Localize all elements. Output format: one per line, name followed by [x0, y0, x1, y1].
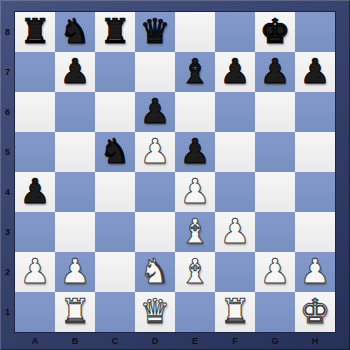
square-f2[interactable]	[215, 252, 255, 292]
square-c7[interactable]	[95, 52, 135, 92]
square-h7[interactable]: ♟	[295, 52, 335, 92]
square-d7[interactable]	[135, 52, 175, 92]
piece-black-pawn[interactable]: ♟	[260, 54, 290, 88]
piece-white-pawn[interactable]: ♟	[60, 254, 90, 288]
square-a5[interactable]	[15, 132, 55, 172]
rank-label-4: 4	[0, 172, 15, 212]
chess-board-frame: 87654321 ♜♞♜♛♚♟♝♟♟♟♟♞♟♟♟♟♝♟♟♟♞♝♟♟♜♛♜♚ AB…	[0, 0, 350, 350]
piece-white-pawn[interactable]: ♟	[220, 214, 250, 248]
square-e3[interactable]: ♝	[175, 212, 215, 252]
square-g5[interactable]	[255, 132, 295, 172]
square-b1[interactable]: ♜	[55, 292, 95, 332]
square-b2[interactable]: ♟	[55, 252, 95, 292]
square-c6[interactable]	[95, 92, 135, 132]
square-d8[interactable]: ♛	[135, 12, 175, 52]
piece-black-king[interactable]: ♚	[260, 14, 290, 48]
square-e6[interactable]	[175, 92, 215, 132]
piece-white-pawn[interactable]: ♟	[180, 174, 210, 208]
square-h1[interactable]: ♚	[295, 292, 335, 332]
square-g6[interactable]	[255, 92, 295, 132]
rank-label-7: 7	[0, 52, 15, 92]
piece-black-rook[interactable]: ♜	[20, 14, 50, 48]
file-label-f: F	[215, 332, 255, 350]
square-c1[interactable]	[95, 292, 135, 332]
square-a8[interactable]: ♜	[15, 12, 55, 52]
file-label-c: C	[95, 332, 135, 350]
square-e5[interactable]: ♟	[175, 132, 215, 172]
rank-labels: 87654321	[0, 12, 15, 332]
file-label-h: H	[295, 332, 335, 350]
piece-black-knight[interactable]: ♞	[100, 134, 130, 168]
file-label-e: E	[175, 332, 215, 350]
square-f6[interactable]	[215, 92, 255, 132]
square-g8[interactable]: ♚	[255, 12, 295, 52]
square-d2[interactable]: ♞	[135, 252, 175, 292]
chess-board: ♜♞♜♛♚♟♝♟♟♟♟♞♟♟♟♟♝♟♟♟♞♝♟♟♜♛♜♚	[15, 12, 335, 332]
piece-white-pawn[interactable]: ♟	[260, 254, 290, 288]
square-a6[interactable]	[15, 92, 55, 132]
piece-black-rook[interactable]: ♜	[100, 14, 130, 48]
file-labels: ABCDEFGH	[15, 332, 335, 350]
square-b8[interactable]: ♞	[55, 12, 95, 52]
rank-label-5: 5	[0, 132, 15, 172]
square-a3[interactable]	[15, 212, 55, 252]
piece-white-knight[interactable]: ♞	[140, 254, 170, 288]
square-h4[interactable]	[295, 172, 335, 212]
piece-white-king[interactable]: ♚	[300, 294, 330, 328]
rank-label-3: 3	[0, 212, 15, 252]
piece-black-pawn[interactable]: ♟	[20, 174, 50, 208]
piece-white-bishop[interactable]: ♝	[180, 214, 210, 248]
square-d3[interactable]	[135, 212, 175, 252]
square-h3[interactable]	[295, 212, 335, 252]
square-b6[interactable]	[55, 92, 95, 132]
square-a7[interactable]	[15, 52, 55, 92]
square-c5[interactable]: ♞	[95, 132, 135, 172]
piece-black-pawn[interactable]: ♟	[300, 54, 330, 88]
file-label-b: B	[55, 332, 95, 350]
piece-black-pawn[interactable]: ♟	[140, 94, 170, 128]
piece-white-rook[interactable]: ♜	[60, 294, 90, 328]
square-d6[interactable]: ♟	[135, 92, 175, 132]
square-f5[interactable]	[215, 132, 255, 172]
piece-white-pawn[interactable]: ♟	[140, 134, 170, 168]
square-e7[interactable]: ♝	[175, 52, 215, 92]
piece-black-pawn[interactable]: ♟	[220, 54, 250, 88]
square-c4[interactable]	[95, 172, 135, 212]
rank-label-1: 1	[0, 292, 15, 332]
square-h6[interactable]	[295, 92, 335, 132]
square-h2[interactable]: ♟	[295, 252, 335, 292]
square-c2[interactable]	[95, 252, 135, 292]
piece-white-bishop[interactable]: ♝	[180, 254, 210, 288]
rank-label-6: 6	[0, 92, 15, 132]
square-c8[interactable]: ♜	[95, 12, 135, 52]
square-f3[interactable]: ♟	[215, 212, 255, 252]
piece-white-pawn[interactable]: ♟	[20, 254, 50, 288]
square-e2[interactable]: ♝	[175, 252, 215, 292]
file-label-g: G	[255, 332, 295, 350]
square-g2[interactable]: ♟	[255, 252, 295, 292]
square-g4[interactable]	[255, 172, 295, 212]
square-a2[interactable]: ♟	[15, 252, 55, 292]
square-a1[interactable]	[15, 292, 55, 332]
square-f1[interactable]: ♜	[215, 292, 255, 332]
piece-black-bishop[interactable]: ♝	[180, 54, 210, 88]
square-e4[interactable]: ♟	[175, 172, 215, 212]
piece-black-queen[interactable]: ♛	[140, 14, 170, 48]
file-label-d: D	[135, 332, 175, 350]
square-h5[interactable]	[295, 132, 335, 172]
square-d4[interactable]	[135, 172, 175, 212]
square-b5[interactable]	[55, 132, 95, 172]
piece-white-rook[interactable]: ♜	[220, 294, 250, 328]
square-g1[interactable]	[255, 292, 295, 332]
rank-label-2: 2	[0, 252, 15, 292]
square-f8[interactable]	[215, 12, 255, 52]
piece-white-pawn[interactable]: ♟	[300, 254, 330, 288]
piece-black-pawn[interactable]: ♟	[60, 54, 90, 88]
square-h8[interactable]	[295, 12, 335, 52]
square-g7[interactable]: ♟	[255, 52, 295, 92]
piece-white-queen[interactable]: ♛	[140, 294, 170, 328]
file-label-a: A	[15, 332, 55, 350]
square-b4[interactable]	[55, 172, 95, 212]
square-c3[interactable]	[95, 212, 135, 252]
square-f4[interactable]	[215, 172, 255, 212]
square-e1[interactable]	[175, 292, 215, 332]
piece-black-pawn[interactable]: ♟	[180, 134, 210, 168]
square-d5[interactable]: ♟	[135, 132, 175, 172]
rank-label-8: 8	[0, 12, 15, 52]
square-g3[interactable]	[255, 212, 295, 252]
piece-black-knight[interactable]: ♞	[60, 14, 90, 48]
square-b7[interactable]: ♟	[55, 52, 95, 92]
square-d1[interactable]: ♛	[135, 292, 175, 332]
square-f7[interactable]: ♟	[215, 52, 255, 92]
square-b3[interactable]	[55, 212, 95, 252]
square-e8[interactable]	[175, 12, 215, 52]
square-a4[interactable]: ♟	[15, 172, 55, 212]
